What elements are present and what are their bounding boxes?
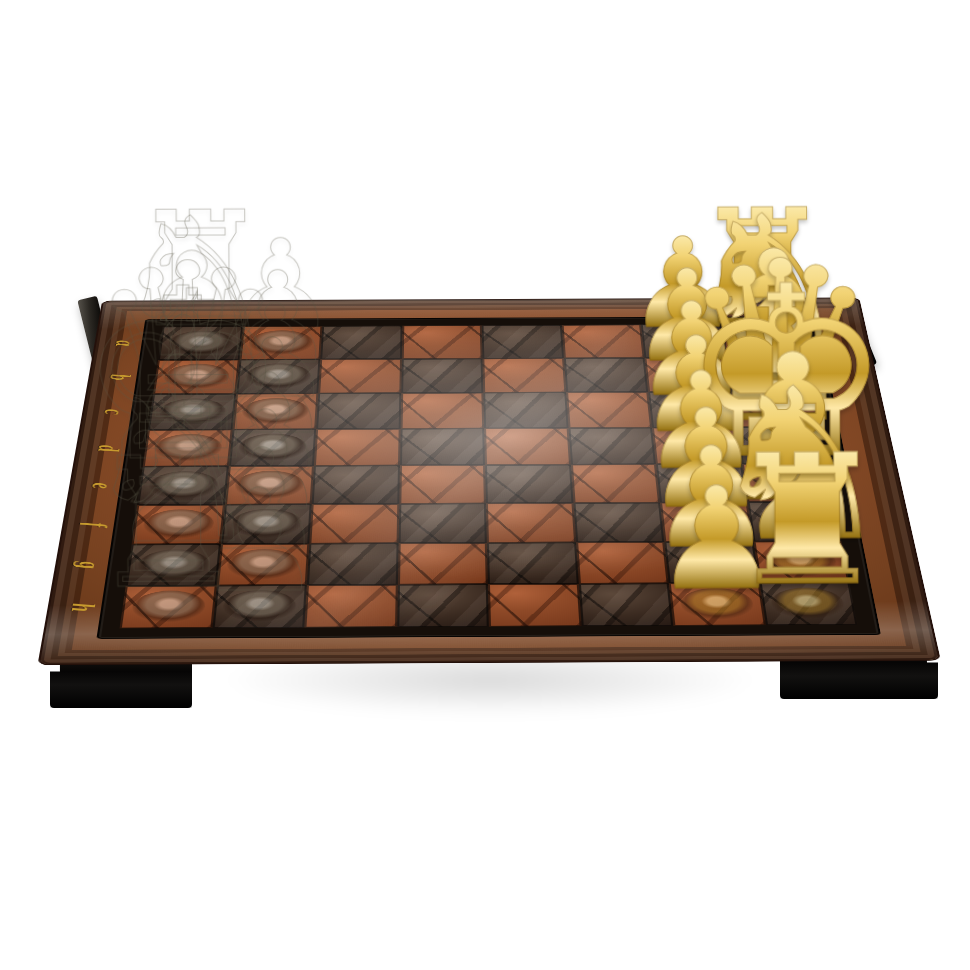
rook-glyph: ♜ <box>87 441 249 607</box>
chess-set-photo: abcdefgh ♜♞♝♛♚♝♞♜♟♟♟♟♟♟♟♟♟♟♟♟♟♟♟♟♜♞♝♛♚♝♞… <box>0 0 970 970</box>
rook-glyph: ♜ <box>727 438 888 604</box>
chess-board: abcdefgh ♜♞♝♛♚♝♞♜♟♟♟♟♟♟♟♟♟♟♟♟♟♟♟♟♜♞♝♛♚♝♞… <box>40 298 939 664</box>
pieces-layer: ♜♞♝♛♚♝♞♜♟♟♟♟♟♟♟♟♟♟♟♟♟♟♟♟♜♞♝♛♚♝♞♜ <box>40 298 939 664</box>
